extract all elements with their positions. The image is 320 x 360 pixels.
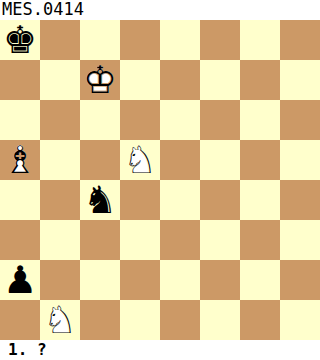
square-d2[interactable]	[120, 260, 160, 300]
square-d3[interactable]	[120, 220, 160, 260]
white-bishop[interactable]: ♝♗	[0, 140, 40, 180]
square-h3[interactable]	[280, 220, 320, 260]
square-h7[interactable]	[280, 60, 320, 100]
black-pawn[interactable]: ♟	[0, 260, 40, 300]
square-c4[interactable]: ♞	[80, 180, 120, 220]
chess-board: ♚♚♔♝♗♞♘♞♟♞♘	[0, 20, 320, 340]
square-c6[interactable]	[80, 100, 120, 140]
square-b4[interactable]	[40, 180, 80, 220]
square-d8[interactable]	[120, 20, 160, 60]
square-a1[interactable]	[0, 300, 40, 340]
square-a7[interactable]	[0, 60, 40, 100]
white-knight-outline: ♘	[120, 140, 160, 180]
square-f1[interactable]	[200, 300, 240, 340]
move-prompt: 1. ?	[0, 340, 320, 360]
square-b1[interactable]: ♞♘	[40, 300, 80, 340]
square-a8[interactable]: ♚	[0, 20, 40, 60]
square-f2[interactable]	[200, 260, 240, 300]
square-g1[interactable]	[240, 300, 280, 340]
square-a6[interactable]	[0, 100, 40, 140]
square-b3[interactable]	[40, 220, 80, 260]
square-e6[interactable]	[160, 100, 200, 140]
square-a3[interactable]	[0, 220, 40, 260]
square-a2[interactable]: ♟	[0, 260, 40, 300]
square-b6[interactable]	[40, 100, 80, 140]
square-g5[interactable]	[240, 140, 280, 180]
square-e4[interactable]	[160, 180, 200, 220]
square-h1[interactable]	[280, 300, 320, 340]
square-f8[interactable]	[200, 20, 240, 60]
square-c3[interactable]	[80, 220, 120, 260]
square-e2[interactable]	[160, 260, 200, 300]
diagram-title: MES.0414	[0, 0, 320, 20]
square-h8[interactable]	[280, 20, 320, 60]
white-king[interactable]: ♚♔	[80, 60, 120, 100]
square-g4[interactable]	[240, 180, 280, 220]
square-g6[interactable]	[240, 100, 280, 140]
square-a5[interactable]: ♝♗	[0, 140, 40, 180]
square-g7[interactable]	[240, 60, 280, 100]
square-f5[interactable]	[200, 140, 240, 180]
white-bishop-outline: ♗	[0, 140, 40, 180]
square-c1[interactable]	[80, 300, 120, 340]
square-f7[interactable]	[200, 60, 240, 100]
square-b5[interactable]	[40, 140, 80, 180]
square-g3[interactable]	[240, 220, 280, 260]
square-d4[interactable]	[120, 180, 160, 220]
square-h5[interactable]	[280, 140, 320, 180]
square-d5[interactable]: ♞♘	[120, 140, 160, 180]
square-h6[interactable]	[280, 100, 320, 140]
square-e8[interactable]	[160, 20, 200, 60]
white-knight-outline: ♘	[40, 300, 80, 340]
square-e3[interactable]	[160, 220, 200, 260]
square-f4[interactable]	[200, 180, 240, 220]
white-king-outline: ♔	[80, 60, 120, 100]
square-g8[interactable]	[240, 20, 280, 60]
square-c7[interactable]: ♚♔	[80, 60, 120, 100]
square-e5[interactable]	[160, 140, 200, 180]
white-knight[interactable]: ♞♘	[40, 300, 80, 340]
square-b7[interactable]	[40, 60, 80, 100]
square-b8[interactable]	[40, 20, 80, 60]
square-e1[interactable]	[160, 300, 200, 340]
square-a4[interactable]	[0, 180, 40, 220]
black-knight[interactable]: ♞	[80, 180, 120, 220]
square-d7[interactable]	[120, 60, 160, 100]
square-d1[interactable]	[120, 300, 160, 340]
square-g2[interactable]	[240, 260, 280, 300]
white-knight[interactable]: ♞♘	[120, 140, 160, 180]
square-f6[interactable]	[200, 100, 240, 140]
square-h4[interactable]	[280, 180, 320, 220]
square-b2[interactable]	[40, 260, 80, 300]
square-h2[interactable]	[280, 260, 320, 300]
black-king[interactable]: ♚	[0, 20, 40, 60]
square-c2[interactable]	[80, 260, 120, 300]
square-e7[interactable]	[160, 60, 200, 100]
square-c5[interactable]	[80, 140, 120, 180]
square-f3[interactable]	[200, 220, 240, 260]
square-c8[interactable]	[80, 20, 120, 60]
square-d6[interactable]	[120, 100, 160, 140]
